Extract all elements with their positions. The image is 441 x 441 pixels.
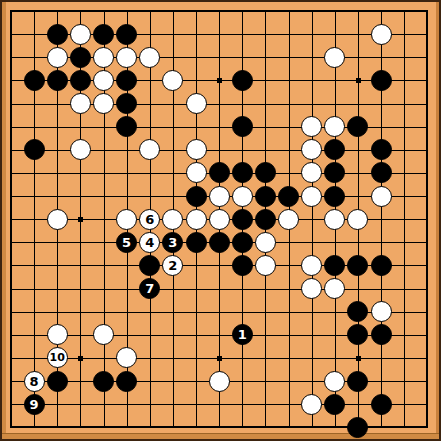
black-stone xyxy=(232,209,253,230)
black-stone xyxy=(47,70,68,91)
black-stone xyxy=(47,24,68,45)
white-stone-move-2: 2 xyxy=(162,255,183,276)
white-stone xyxy=(301,255,322,276)
white-stone xyxy=(47,324,68,345)
black-stone xyxy=(93,24,114,45)
board-bevel-left xyxy=(2,2,6,439)
move-number-label: 9 xyxy=(30,397,39,410)
black-stone xyxy=(209,162,230,183)
black-stone xyxy=(324,186,345,207)
black-stone xyxy=(255,162,276,183)
white-stone xyxy=(209,209,230,230)
black-stone xyxy=(232,70,253,91)
white-stone xyxy=(301,186,322,207)
move-number-label: 7 xyxy=(145,282,154,295)
black-stone xyxy=(347,324,368,345)
black-stone xyxy=(371,162,392,183)
grid-line-horizontal xyxy=(10,289,428,290)
black-stone xyxy=(116,371,137,392)
white-stone xyxy=(324,47,345,68)
black-stone xyxy=(324,255,345,276)
black-stone xyxy=(70,70,91,91)
white-stone xyxy=(324,278,345,299)
white-stone xyxy=(186,93,207,114)
white-stone xyxy=(371,24,392,45)
white-stone-move-10: 10 xyxy=(47,347,68,368)
white-stone xyxy=(232,186,253,207)
black-stone-move-7: 7 xyxy=(139,278,160,299)
white-stone xyxy=(93,93,114,114)
board-bevel-bottom-line xyxy=(2,433,439,434)
black-stone-move-1: 1 xyxy=(232,324,253,345)
black-stone xyxy=(232,162,253,183)
black-stone xyxy=(232,232,253,253)
white-stone xyxy=(301,162,322,183)
white-stone xyxy=(70,139,91,160)
move-number-label: 1 xyxy=(238,328,247,341)
white-stone xyxy=(371,301,392,322)
black-stone xyxy=(209,232,230,253)
star-point xyxy=(217,356,222,361)
black-stone-move-5: 5 xyxy=(116,232,137,253)
black-stone xyxy=(232,255,253,276)
black-stone xyxy=(255,186,276,207)
move-number-label: 3 xyxy=(168,235,177,248)
white-stone xyxy=(278,209,299,230)
white-stone xyxy=(255,232,276,253)
white-stone xyxy=(116,47,137,68)
black-stone xyxy=(371,394,392,415)
move-number-label: 5 xyxy=(122,235,131,248)
board-bevel-bottom xyxy=(2,434,439,439)
white-stone xyxy=(301,278,322,299)
black-stone xyxy=(186,186,207,207)
grid-line-vertical xyxy=(312,10,313,428)
white-stone xyxy=(209,186,230,207)
white-stone xyxy=(70,24,91,45)
black-stone xyxy=(371,139,392,160)
black-stone xyxy=(324,394,345,415)
board-frame-left xyxy=(0,0,2,441)
black-stone xyxy=(93,371,114,392)
black-stone xyxy=(116,24,137,45)
black-stone xyxy=(116,116,137,137)
white-stone xyxy=(139,47,160,68)
white-stone xyxy=(116,209,137,230)
star-point xyxy=(217,78,222,83)
go-diagram: 65432711089 xyxy=(0,0,441,441)
white-stone xyxy=(93,70,114,91)
move-number-label: 4 xyxy=(145,235,154,248)
star-point xyxy=(78,217,83,222)
board-bevel-right xyxy=(436,2,439,439)
go-board: 65432711089 xyxy=(0,0,441,441)
white-stone xyxy=(255,255,276,276)
white-stone xyxy=(324,209,345,230)
black-stone xyxy=(347,255,368,276)
star-point xyxy=(78,356,83,361)
white-stone-move-4: 4 xyxy=(139,232,160,253)
white-stone xyxy=(93,324,114,345)
white-stone xyxy=(301,394,322,415)
white-stone-move-8: 8 xyxy=(24,371,45,392)
black-stone xyxy=(47,371,68,392)
black-stone xyxy=(24,70,45,91)
white-stone xyxy=(209,371,230,392)
black-stone xyxy=(324,139,345,160)
white-stone xyxy=(324,116,345,137)
grid-line-horizontal xyxy=(10,404,428,405)
black-stone xyxy=(347,371,368,392)
black-stone xyxy=(116,93,137,114)
grid-line-vertical xyxy=(404,10,405,428)
white-stone xyxy=(162,209,183,230)
black-stone-move-3: 3 xyxy=(162,232,183,253)
white-stone-move-6: 6 xyxy=(139,209,160,230)
white-stone xyxy=(162,70,183,91)
white-stone xyxy=(116,347,137,368)
black-stone xyxy=(24,139,45,160)
white-stone xyxy=(347,209,368,230)
black-stone xyxy=(116,70,137,91)
black-stone xyxy=(255,209,276,230)
black-stone xyxy=(371,255,392,276)
white-stone xyxy=(47,209,68,230)
white-stone xyxy=(93,47,114,68)
black-stone xyxy=(371,70,392,91)
black-stone xyxy=(324,162,345,183)
black-stone-move-9: 9 xyxy=(24,394,45,415)
board-frame-top xyxy=(0,0,441,2)
white-stone xyxy=(47,47,68,68)
white-stone xyxy=(324,371,345,392)
grid-line-vertical xyxy=(426,10,428,428)
move-number-label: 10 xyxy=(50,352,65,363)
black-stone xyxy=(347,116,368,137)
white-stone xyxy=(301,116,322,137)
black-stone xyxy=(347,301,368,322)
black-stone xyxy=(186,232,207,253)
black-stone xyxy=(371,324,392,345)
black-stone xyxy=(278,186,299,207)
black-stone xyxy=(70,47,91,68)
white-stone xyxy=(186,209,207,230)
white-stone xyxy=(186,139,207,160)
black-stone xyxy=(347,417,368,438)
black-stone xyxy=(232,116,253,137)
move-number-label: 6 xyxy=(145,212,154,225)
white-stone xyxy=(301,139,322,160)
white-stone xyxy=(186,162,207,183)
white-stone xyxy=(70,93,91,114)
move-number-label: 8 xyxy=(30,374,39,387)
black-stone xyxy=(139,255,160,276)
white-stone xyxy=(139,139,160,160)
star-point xyxy=(356,78,361,83)
move-number-label: 2 xyxy=(168,258,177,271)
star-point xyxy=(356,356,361,361)
white-stone xyxy=(371,186,392,207)
